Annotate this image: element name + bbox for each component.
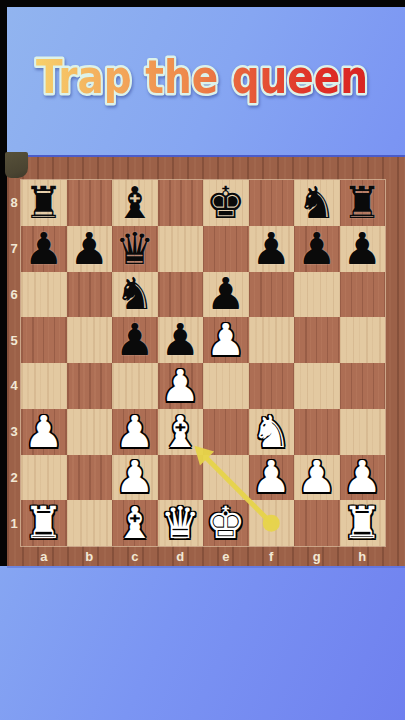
square-e5[interactable]: ♟ [203, 317, 249, 363]
square-g3[interactable] [294, 409, 340, 455]
square-b3[interactable] [67, 409, 113, 455]
piece-black-pawn[interactable]: ♟ [161, 318, 200, 362]
piece-black-queen[interactable]: ♛ [115, 227, 154, 271]
piece-white-rook[interactable]: ♜ [343, 501, 382, 545]
piece-black-pawn[interactable]: ♟ [70, 227, 109, 271]
square-c4[interactable] [112, 363, 158, 409]
square-d4[interactable]: ♟ [158, 363, 204, 409]
file-label-h: h [340, 547, 386, 565]
piece-white-pawn[interactable]: ♟ [206, 318, 245, 362]
square-e1[interactable]: ♚ [203, 500, 249, 546]
square-d2[interactable] [158, 455, 204, 501]
square-d8[interactable] [158, 180, 204, 226]
square-b7[interactable]: ♟ [67, 226, 113, 272]
square-e2[interactable] [203, 455, 249, 501]
square-a4[interactable] [21, 363, 67, 409]
rank-label-7: 7 [7, 226, 21, 272]
square-f7[interactable]: ♟ [249, 226, 295, 272]
rank-label-6: 6 [7, 272, 21, 318]
square-c1[interactable]: ♝ [112, 500, 158, 546]
square-b6[interactable] [67, 272, 113, 318]
page-background: Trap the queen 87654321 ♜♝♚♞♜♟♟♛♟♟♟♞♟♟♟♟… [0, 0, 405, 720]
square-h4[interactable] [340, 363, 386, 409]
file-label-f: f [249, 547, 295, 565]
square-e8[interactable]: ♚ [203, 180, 249, 226]
piece-white-pawn[interactable]: ♟ [24, 410, 63, 454]
square-b2[interactable] [67, 455, 113, 501]
square-a5[interactable] [21, 317, 67, 363]
square-h1[interactable]: ♜ [340, 500, 386, 546]
square-a1[interactable]: ♜ [21, 500, 67, 546]
square-d5[interactable]: ♟ [158, 317, 204, 363]
square-f2[interactable]: ♟ [249, 455, 295, 501]
piece-black-pawn[interactable]: ♟ [343, 227, 382, 271]
square-g5[interactable] [294, 317, 340, 363]
piece-black-knight[interactable]: ♞ [297, 181, 336, 225]
square-h7[interactable]: ♟ [340, 226, 386, 272]
square-f8[interactable] [249, 180, 295, 226]
piece-black-rook[interactable]: ♜ [343, 181, 382, 225]
piece-white-king[interactable]: ♚ [206, 501, 245, 545]
rank-label-4: 4 [7, 363, 21, 409]
square-h8[interactable]: ♜ [340, 180, 386, 226]
piece-black-knight[interactable]: ♞ [115, 272, 154, 316]
piece-black-king[interactable]: ♚ [206, 181, 245, 225]
square-a3[interactable]: ♟ [21, 409, 67, 455]
piece-black-pawn[interactable]: ♟ [115, 318, 154, 362]
square-f3[interactable]: ♞ [249, 409, 295, 455]
frame-corner-tab [5, 152, 28, 178]
piece-white-pawn[interactable]: ♟ [115, 455, 154, 499]
square-h2[interactable]: ♟ [340, 455, 386, 501]
square-a7[interactable]: ♟ [21, 226, 67, 272]
square-e3[interactable] [203, 409, 249, 455]
square-a6[interactable] [21, 272, 67, 318]
square-a8[interactable]: ♜ [21, 180, 67, 226]
square-g2[interactable]: ♟ [294, 455, 340, 501]
piece-white-rook[interactable]: ♜ [24, 501, 63, 545]
rank-label-8: 8 [7, 180, 21, 226]
file-label-b: b [67, 547, 113, 565]
piece-white-pawn[interactable]: ♟ [297, 455, 336, 499]
square-b4[interactable] [67, 363, 113, 409]
square-f1[interactable] [249, 500, 295, 546]
square-f5[interactable] [249, 317, 295, 363]
piece-white-pawn[interactable]: ♟ [115, 410, 154, 454]
square-c8[interactable]: ♝ [112, 180, 158, 226]
square-c3[interactable]: ♟ [112, 409, 158, 455]
file-label-g: g [294, 547, 340, 565]
square-g7[interactable]: ♟ [294, 226, 340, 272]
square-d1[interactable]: ♛ [158, 500, 204, 546]
piece-white-queen[interactable]: ♛ [161, 501, 200, 545]
square-b5[interactable] [67, 317, 113, 363]
rank-label-2: 2 [7, 455, 21, 501]
square-f4[interactable] [249, 363, 295, 409]
square-a2[interactable] [21, 455, 67, 501]
piece-black-pawn[interactable]: ♟ [206, 272, 245, 316]
title-banner: Trap the queen [0, 0, 405, 120]
square-g6[interactable] [294, 272, 340, 318]
square-d3[interactable]: ♝ [158, 409, 204, 455]
square-c5[interactable]: ♟ [112, 317, 158, 363]
square-c7[interactable]: ♛ [112, 226, 158, 272]
file-label-c: c [112, 547, 158, 565]
rank-label-1: 1 [7, 500, 21, 546]
square-h3[interactable] [340, 409, 386, 455]
file-label-d: d [158, 547, 204, 565]
piece-black-pawn[interactable]: ♟ [252, 227, 291, 271]
piece-white-pawn[interactable]: ♟ [161, 364, 200, 408]
rank-labels: 87654321 [7, 180, 21, 546]
square-c6[interactable]: ♞ [112, 272, 158, 318]
square-c2[interactable]: ♟ [112, 455, 158, 501]
file-label-e: e [203, 547, 249, 565]
piece-black-bishop[interactable]: ♝ [115, 181, 154, 225]
rank-label-3: 3 [7, 409, 21, 455]
square-e6[interactable]: ♟ [203, 272, 249, 318]
square-h5[interactable] [340, 317, 386, 363]
piece-white-bishop[interactable]: ♝ [161, 410, 200, 454]
file-label-a: a [21, 547, 67, 565]
piece-black-rook[interactable]: ♜ [24, 181, 63, 225]
rank-label-5: 5 [7, 317, 21, 363]
square-e7[interactable] [203, 226, 249, 272]
page-title: Trap the queen [36, 50, 368, 104]
square-d6[interactable] [158, 272, 204, 318]
piece-white-bishop[interactable]: ♝ [115, 501, 154, 545]
chess-board[interactable]: ♜♝♚♞♜♟♟♛♟♟♟♞♟♟♟♟♟♟♟♝♞♟♟♟♟♜♝♛♚♜ [21, 180, 385, 546]
piece-white-knight[interactable]: ♞ [252, 410, 291, 454]
top-black-border [0, 0, 405, 7]
square-b1[interactable] [67, 500, 113, 546]
piece-white-pawn[interactable]: ♟ [343, 455, 382, 499]
piece-white-pawn[interactable]: ♟ [252, 455, 291, 499]
piece-black-pawn[interactable]: ♟ [24, 227, 63, 271]
file-labels: abcdefgh [21, 547, 385, 565]
square-f6[interactable] [249, 272, 295, 318]
piece-black-pawn[interactable]: ♟ [297, 227, 336, 271]
square-b8[interactable] [67, 180, 113, 226]
square-g8[interactable]: ♞ [294, 180, 340, 226]
square-d7[interactable] [158, 226, 204, 272]
square-g1[interactable] [294, 500, 340, 546]
left-black-border [0, 7, 7, 566]
square-h6[interactable] [340, 272, 386, 318]
square-e4[interactable] [203, 363, 249, 409]
square-g4[interactable] [294, 363, 340, 409]
